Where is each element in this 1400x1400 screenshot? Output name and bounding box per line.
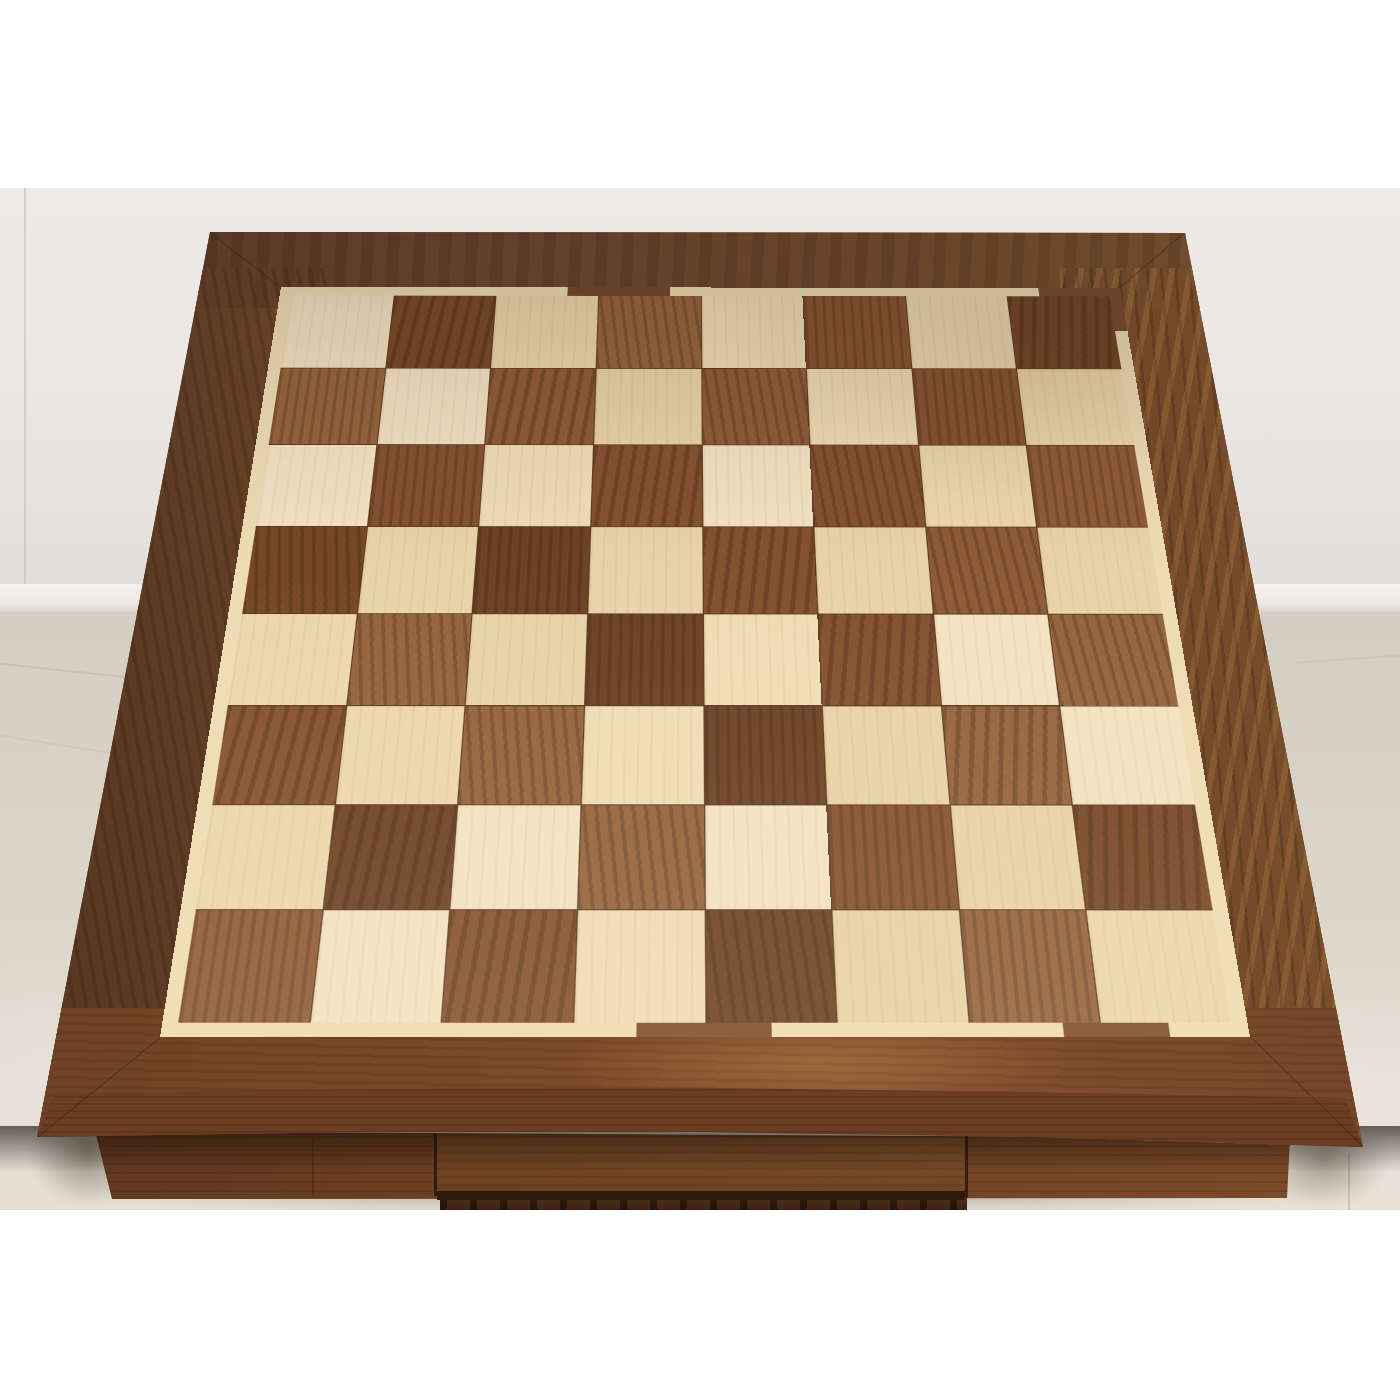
square-d6[interactable] <box>591 445 702 526</box>
chessboard-panel <box>160 287 1250 1037</box>
square-g5[interactable] <box>926 527 1047 613</box>
square-b3[interactable] <box>336 706 465 804</box>
square-a1[interactable] <box>178 911 322 1023</box>
square-f2[interactable] <box>828 805 959 910</box>
photo-canvas <box>0 0 1400 1400</box>
square-e6[interactable] <box>702 445 813 526</box>
square-f3[interactable] <box>823 706 949 804</box>
square-d2[interactable] <box>578 805 704 910</box>
square-g1[interactable] <box>960 911 1100 1023</box>
square-f5[interactable] <box>814 527 932 613</box>
photo-area <box>0 188 1400 1210</box>
square-e2[interactable] <box>705 805 832 910</box>
square-f6[interactable] <box>811 446 925 527</box>
square-e1[interactable] <box>705 911 836 1023</box>
square-c4[interactable] <box>466 614 587 706</box>
square-g6[interactable] <box>919 446 1037 527</box>
square-c8[interactable] <box>491 296 598 368</box>
square-e4[interactable] <box>703 614 821 706</box>
square-c6[interactable] <box>479 445 592 526</box>
square-f8[interactable] <box>804 296 911 368</box>
square-d8[interactable] <box>597 296 701 368</box>
square-b6[interactable] <box>368 445 485 526</box>
board-edge-notch <box>636 1023 772 1037</box>
square-h1[interactable] <box>1087 911 1232 1023</box>
square-h6[interactable] <box>1027 446 1148 527</box>
square-e5[interactable] <box>703 527 818 613</box>
square-a6[interactable] <box>256 445 376 526</box>
square-d4[interactable] <box>585 614 703 706</box>
square-h3[interactable] <box>1061 707 1195 805</box>
square-a2[interactable] <box>196 805 334 910</box>
square-d7[interactable] <box>594 368 701 444</box>
drawer-bottom-gap <box>437 1191 965 1200</box>
square-h4[interactable] <box>1049 614 1178 706</box>
square-e7[interactable] <box>702 369 810 445</box>
square-b8[interactable] <box>386 296 496 368</box>
square-h5[interactable] <box>1038 527 1163 613</box>
square-b1[interactable] <box>310 911 449 1023</box>
square-a5[interactable] <box>242 527 366 613</box>
square-g2[interactable] <box>951 805 1086 909</box>
square-c7[interactable] <box>486 368 596 444</box>
square-a8[interactable] <box>281 295 394 367</box>
square-h8[interactable] <box>1008 296 1121 368</box>
square-e8[interactable] <box>701 296 806 368</box>
square-a4[interactable] <box>228 614 357 706</box>
square-f7[interactable] <box>807 369 918 445</box>
square-b2[interactable] <box>323 805 457 910</box>
square-h2[interactable] <box>1073 805 1212 909</box>
square-e3[interactable] <box>704 706 826 804</box>
board-edge-notch <box>567 287 670 296</box>
board-edge-notch <box>1062 1023 1170 1037</box>
square-g8[interactable] <box>906 296 1016 368</box>
square-b7[interactable] <box>377 368 490 444</box>
square-g7[interactable] <box>912 369 1026 445</box>
square-d3[interactable] <box>582 706 704 804</box>
square-d5[interactable] <box>588 527 702 613</box>
square-b4[interactable] <box>347 614 472 706</box>
square-f1[interactable] <box>833 911 969 1023</box>
square-b5[interactable] <box>358 527 479 613</box>
square-f4[interactable] <box>819 614 941 706</box>
square-c3[interactable] <box>459 706 584 804</box>
square-c5[interactable] <box>473 527 590 613</box>
square-c2[interactable] <box>451 805 581 910</box>
square-d1[interactable] <box>574 911 705 1023</box>
wall-corner-line <box>24 188 26 584</box>
square-g4[interactable] <box>934 614 1060 706</box>
square-a3[interactable] <box>212 706 345 804</box>
square-h7[interactable] <box>1017 369 1134 445</box>
square-g3[interactable] <box>942 707 1072 805</box>
chessboard-grid <box>178 295 1231 1022</box>
square-c1[interactable] <box>442 911 576 1023</box>
square-a7[interactable] <box>269 368 385 444</box>
